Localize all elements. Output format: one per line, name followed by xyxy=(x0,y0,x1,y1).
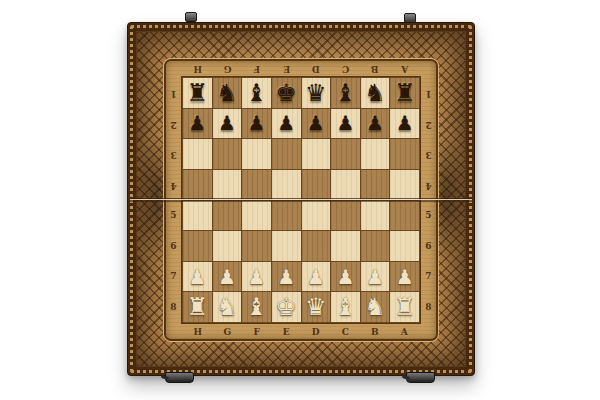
file-label-b: B xyxy=(360,64,390,74)
square-a8[interactable]: ♜ xyxy=(390,292,419,322)
square-c4[interactable] xyxy=(331,170,360,200)
square-b2[interactable]: ♟ xyxy=(361,109,390,139)
square-b6[interactable] xyxy=(361,231,390,261)
piece-dark-pawn[interactable]: ♟ xyxy=(277,113,295,133)
square-h2[interactable]: ♟ xyxy=(183,109,212,139)
rank-label-8: 8 xyxy=(421,292,436,323)
piece-dark-rook[interactable]: ♜ xyxy=(394,81,416,105)
file-labels-top: HGFEDCBA xyxy=(166,61,436,76)
piece-light-pawn[interactable]: ♟ xyxy=(366,267,384,287)
square-b5[interactable] xyxy=(361,201,390,231)
rank-label-3: 3 xyxy=(166,139,181,170)
file-label-d: D xyxy=(301,64,331,74)
piece-dark-pawn[interactable]: ♟ xyxy=(188,113,206,133)
square-f2[interactable]: ♟ xyxy=(242,109,271,139)
rank-label-1: 1 xyxy=(421,78,436,109)
rank-label-3: 3 xyxy=(421,139,436,170)
file-label-g: G xyxy=(213,64,243,74)
piece-dark-bishop[interactable]: ♝ xyxy=(335,81,357,105)
piece-light-pawn[interactable]: ♟ xyxy=(396,267,414,287)
piece-light-rook[interactable]: ♜ xyxy=(187,295,209,319)
square-d8[interactable]: ♛ xyxy=(302,292,331,322)
square-a3[interactable] xyxy=(390,139,419,169)
rank-label-8: 8 xyxy=(166,292,181,323)
square-g8[interactable]: ♞ xyxy=(213,292,242,322)
square-e2[interactable]: ♟ xyxy=(272,109,301,139)
piece-dark-pawn[interactable]: ♟ xyxy=(396,113,414,133)
square-e4[interactable] xyxy=(272,170,301,200)
clasp-left xyxy=(165,372,194,383)
square-d3[interactable] xyxy=(302,139,331,169)
square-a2[interactable]: ♟ xyxy=(390,109,419,139)
square-g5[interactable] xyxy=(213,201,242,231)
piece-dark-queen[interactable]: ♛ xyxy=(305,81,327,105)
hinge-left xyxy=(185,12,197,22)
square-c8[interactable]: ♝ xyxy=(331,292,360,322)
piece-light-rook[interactable]: ♜ xyxy=(394,295,416,319)
piece-dark-knight[interactable]: ♞ xyxy=(216,81,238,105)
square-d5[interactable] xyxy=(302,201,331,231)
file-label-b: B xyxy=(360,327,390,337)
square-a6[interactable] xyxy=(390,231,419,261)
square-h6[interactable] xyxy=(183,231,212,261)
clasp-right xyxy=(406,372,435,383)
square-f3[interactable] xyxy=(242,139,271,169)
rank-label-5: 5 xyxy=(421,200,436,231)
square-d1[interactable]: ♛ xyxy=(302,78,331,108)
square-d7[interactable]: ♟ xyxy=(302,262,331,292)
square-c7[interactable]: ♟ xyxy=(331,262,360,292)
file-label-e: E xyxy=(272,327,302,337)
square-f7[interactable]: ♟ xyxy=(242,262,271,292)
rank-label-7: 7 xyxy=(166,261,181,292)
file-label-e: E xyxy=(272,64,302,74)
square-c5[interactable] xyxy=(331,201,360,231)
piece-dark-pawn[interactable]: ♟ xyxy=(336,113,354,133)
file-label-a: A xyxy=(390,327,420,337)
piece-dark-rook[interactable]: ♜ xyxy=(187,81,209,105)
square-c2[interactable]: ♟ xyxy=(331,109,360,139)
piece-light-king[interactable]: ♚ xyxy=(275,295,297,319)
piece-dark-knight[interactable]: ♞ xyxy=(364,81,386,105)
piece-dark-pawn[interactable]: ♟ xyxy=(307,113,325,133)
square-a1[interactable]: ♜ xyxy=(390,78,419,108)
piece-light-pawn[interactable]: ♟ xyxy=(336,267,354,287)
square-g4[interactable] xyxy=(213,170,242,200)
square-c3[interactable] xyxy=(331,139,360,169)
rank-label-2: 2 xyxy=(421,109,436,140)
file-label-h: H xyxy=(183,327,213,337)
piece-light-knight[interactable]: ♞ xyxy=(216,295,238,319)
square-h3[interactable] xyxy=(183,139,212,169)
file-label-c: C xyxy=(331,64,361,74)
file-label-a: A xyxy=(390,64,420,74)
square-h4[interactable] xyxy=(183,170,212,200)
rank-label-6: 6 xyxy=(421,231,436,262)
square-f6[interactable] xyxy=(242,231,271,261)
rank-label-4: 4 xyxy=(421,170,436,201)
square-d2[interactable]: ♟ xyxy=(302,109,331,139)
square-f5[interactable] xyxy=(242,201,271,231)
square-h8[interactable]: ♜ xyxy=(183,292,212,322)
square-e3[interactable] xyxy=(272,139,301,169)
piece-light-pawn[interactable]: ♟ xyxy=(248,267,266,287)
square-g1[interactable]: ♞ xyxy=(213,78,242,108)
square-e6[interactable] xyxy=(272,231,301,261)
square-b8[interactable]: ♞ xyxy=(361,292,390,322)
file-labels-bottom: HGFEDCBA xyxy=(166,324,436,339)
rank-label-6: 6 xyxy=(166,231,181,262)
piece-light-knight[interactable]: ♞ xyxy=(364,295,386,319)
square-e1[interactable]: ♚ xyxy=(272,78,301,108)
square-a5[interactable] xyxy=(390,201,419,231)
square-b3[interactable] xyxy=(361,139,390,169)
file-label-f: F xyxy=(242,64,272,74)
piece-light-pawn[interactable]: ♟ xyxy=(307,267,325,287)
piece-light-bishop[interactable]: ♝ xyxy=(335,295,357,319)
square-g2[interactable]: ♟ xyxy=(213,109,242,139)
rank-label-7: 7 xyxy=(421,261,436,292)
file-label-f: F xyxy=(242,327,272,337)
square-g3[interactable] xyxy=(213,139,242,169)
square-e7[interactable]: ♟ xyxy=(272,262,301,292)
square-c1[interactable]: ♝ xyxy=(331,78,360,108)
square-a7[interactable]: ♟ xyxy=(390,262,419,292)
square-c6[interactable] xyxy=(331,231,360,261)
piece-light-pawn[interactable]: ♟ xyxy=(218,267,236,287)
piece-light-bishop[interactable]: ♝ xyxy=(246,295,268,319)
piece-dark-pawn[interactable]: ♟ xyxy=(248,113,266,133)
square-h1[interactable]: ♜ xyxy=(183,78,212,108)
rank-label-4: 4 xyxy=(166,170,181,201)
square-f4[interactable] xyxy=(242,170,271,200)
piece-light-pawn[interactable]: ♟ xyxy=(188,267,206,287)
rank-label-1: 1 xyxy=(166,78,181,109)
square-f8[interactable]: ♝ xyxy=(242,292,271,322)
piece-dark-king[interactable]: ♚ xyxy=(275,81,297,105)
piece-light-pawn[interactable]: ♟ xyxy=(277,267,295,287)
square-f1[interactable]: ♝ xyxy=(242,78,271,108)
rank-label-2: 2 xyxy=(166,109,181,140)
square-g7[interactable]: ♟ xyxy=(213,262,242,292)
rank-label-5: 5 xyxy=(166,200,181,231)
square-e8[interactable]: ♚ xyxy=(272,292,301,322)
piece-dark-bishop[interactable]: ♝ xyxy=(246,81,268,105)
piece-dark-pawn[interactable]: ♟ xyxy=(218,113,236,133)
square-h7[interactable]: ♟ xyxy=(183,262,212,292)
square-b7[interactable]: ♟ xyxy=(361,262,390,292)
square-e5[interactable] xyxy=(272,201,301,231)
square-d4[interactable] xyxy=(302,170,331,200)
fold-seam xyxy=(130,198,472,202)
file-label-d: D xyxy=(301,327,331,337)
square-h5[interactable] xyxy=(183,201,212,231)
piece-dark-pawn[interactable]: ♟ xyxy=(366,113,384,133)
square-a4[interactable] xyxy=(390,170,419,200)
file-label-g: G xyxy=(213,327,243,337)
chess-box: HGFEDCBA 12345678 ♜♞♝♚♛♝♞♜♟♟♟♟♟♟♟♟♟♟♟♟♟♟… xyxy=(127,22,475,376)
file-label-c: C xyxy=(331,327,361,337)
square-b1[interactable]: ♞ xyxy=(361,78,390,108)
square-b4[interactable] xyxy=(361,170,390,200)
piece-light-queen[interactable]: ♛ xyxy=(305,295,327,319)
square-d6[interactable] xyxy=(302,231,331,261)
square-g6[interactable] xyxy=(213,231,242,261)
file-label-h: H xyxy=(183,64,213,74)
product-photo-scene: HGFEDCBA 12345678 ♜♞♝♚♛♝♞♜♟♟♟♟♟♟♟♟♟♟♟♟♟♟… xyxy=(0,0,600,400)
